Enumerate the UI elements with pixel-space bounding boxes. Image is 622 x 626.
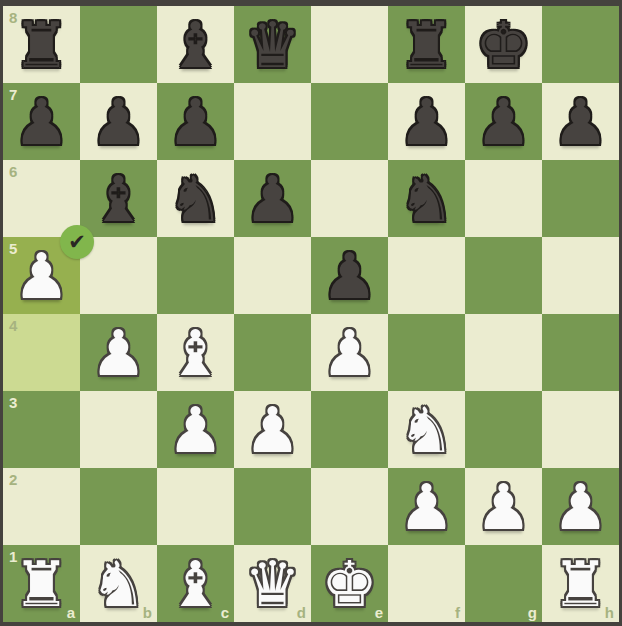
square-e5[interactable]: ♟ <box>311 237 388 314</box>
square-f6[interactable]: ♞ <box>388 160 465 237</box>
file-label-f: f <box>455 605 460 620</box>
piece-black-bishop[interactable]: ♝ <box>90 168 146 231</box>
square-d5[interactable] <box>234 237 311 314</box>
square-h3[interactable] <box>542 391 619 468</box>
square-e2[interactable] <box>311 468 388 545</box>
piece-black-knight[interactable]: ♞ <box>167 168 223 231</box>
piece-white-pawn[interactable]: ♟ <box>398 476 454 539</box>
square-d3[interactable]: ♟ <box>234 391 311 468</box>
square-h8[interactable] <box>542 6 619 83</box>
square-b1[interactable]: b♞ <box>80 545 157 622</box>
square-f1[interactable]: f <box>388 545 465 622</box>
piece-black-bishop[interactable]: ♝ <box>167 14 223 77</box>
piece-black-knight[interactable]: ♞ <box>398 168 454 231</box>
square-e8[interactable] <box>311 6 388 83</box>
square-a2[interactable]: 2 <box>3 468 80 545</box>
rank-label-6: 6 <box>9 164 17 179</box>
square-f8[interactable]: ♜ <box>388 6 465 83</box>
piece-white-pawn[interactable]: ♟ <box>475 476 531 539</box>
square-f7[interactable]: ♟ <box>388 83 465 160</box>
square-c1[interactable]: c♝ <box>157 545 234 622</box>
piece-black-pawn[interactable]: ♟ <box>244 168 300 231</box>
square-b3[interactable] <box>80 391 157 468</box>
square-b6[interactable]: ♝ <box>80 160 157 237</box>
square-c3[interactable]: ♟ <box>157 391 234 468</box>
square-c7[interactable]: ♟ <box>157 83 234 160</box>
square-g2[interactable]: ♟ <box>465 468 542 545</box>
square-h6[interactable] <box>542 160 619 237</box>
rank-label-3: 3 <box>9 395 17 410</box>
square-g8[interactable]: ♚ <box>465 6 542 83</box>
square-h1[interactable]: h♜ <box>542 545 619 622</box>
square-g7[interactable]: ♟ <box>465 83 542 160</box>
square-g3[interactable] <box>465 391 542 468</box>
square-b2[interactable] <box>80 468 157 545</box>
square-f2[interactable]: ♟ <box>388 468 465 545</box>
piece-white-pawn[interactable]: ♟ <box>90 322 146 385</box>
piece-white-bishop[interactable]: ♝ <box>167 322 223 385</box>
square-h5[interactable] <box>542 237 619 314</box>
square-d8[interactable]: ♛ <box>234 6 311 83</box>
board-container: 8♜♝♛♜♚7♟♟♟♟♟♟6♝♞♟♞5♟♟4♟♝♟3♟♟♞2♟♟♟1a♜b♞c♝… <box>0 0 622 626</box>
square-d6[interactable]: ♟ <box>234 160 311 237</box>
square-f5[interactable] <box>388 237 465 314</box>
piece-white-pawn[interactable]: ♟ <box>244 399 300 462</box>
piece-white-bishop[interactable]: ♝ <box>167 553 223 616</box>
piece-white-knight[interactable]: ♞ <box>398 399 454 462</box>
square-e6[interactable] <box>311 160 388 237</box>
piece-white-queen[interactable]: ♛ <box>244 553 300 616</box>
check-icon: ✔ <box>68 232 86 253</box>
rank-label-2: 2 <box>9 472 17 487</box>
square-b8[interactable] <box>80 6 157 83</box>
piece-black-pawn[interactable]: ♟ <box>475 91 531 154</box>
square-a4[interactable]: 4 <box>3 314 80 391</box>
piece-black-pawn[interactable]: ♟ <box>552 91 608 154</box>
piece-black-pawn[interactable]: ♟ <box>321 245 377 308</box>
piece-white-pawn[interactable]: ♟ <box>321 322 377 385</box>
square-e4[interactable]: ♟ <box>311 314 388 391</box>
square-e1[interactable]: e♚ <box>311 545 388 622</box>
square-h2[interactable]: ♟ <box>542 468 619 545</box>
square-a7[interactable]: 7♟ <box>3 83 80 160</box>
square-c5[interactable] <box>157 237 234 314</box>
square-d4[interactable] <box>234 314 311 391</box>
piece-black-pawn[interactable]: ♟ <box>167 91 223 154</box>
piece-white-rook[interactable]: ♜ <box>13 553 69 616</box>
piece-black-pawn[interactable]: ♟ <box>90 91 146 154</box>
square-d1[interactable]: d♛ <box>234 545 311 622</box>
rank-label-4: 4 <box>9 318 17 333</box>
square-h4[interactable] <box>542 314 619 391</box>
square-g1[interactable]: g <box>465 545 542 622</box>
square-g4[interactable] <box>465 314 542 391</box>
square-f3[interactable]: ♞ <box>388 391 465 468</box>
square-c4[interactable]: ♝ <box>157 314 234 391</box>
square-b4[interactable]: ♟ <box>80 314 157 391</box>
square-e7[interactable] <box>311 83 388 160</box>
square-g5[interactable] <box>465 237 542 314</box>
square-c8[interactable]: ♝ <box>157 6 234 83</box>
square-d7[interactable] <box>234 83 311 160</box>
piece-black-rook[interactable]: ♜ <box>13 14 69 77</box>
piece-white-pawn[interactable]: ♟ <box>552 476 608 539</box>
square-c2[interactable] <box>157 468 234 545</box>
piece-white-knight[interactable]: ♞ <box>90 553 146 616</box>
square-a1[interactable]: 1a♜ <box>3 545 80 622</box>
piece-white-rook[interactable]: ♜ <box>552 553 608 616</box>
square-a6[interactable]: 6 <box>3 160 80 237</box>
piece-white-pawn[interactable]: ♟ <box>167 399 223 462</box>
square-b7[interactable]: ♟ <box>80 83 157 160</box>
piece-black-queen[interactable]: ♛ <box>244 14 300 77</box>
correct-move-checkmark-badge: ✔ <box>60 225 94 259</box>
piece-black-king[interactable]: ♚ <box>475 14 531 77</box>
piece-white-pawn[interactable]: ♟ <box>13 245 69 308</box>
file-label-g: g <box>528 605 537 620</box>
square-d2[interactable] <box>234 468 311 545</box>
square-e3[interactable] <box>311 391 388 468</box>
chess-board: 8♜♝♛♜♚7♟♟♟♟♟♟6♝♞♟♞5♟♟4♟♝♟3♟♟♞2♟♟♟1a♜b♞c♝… <box>3 6 619 622</box>
piece-black-pawn[interactable]: ♟ <box>13 91 69 154</box>
square-a8[interactable]: 8♜ <box>3 6 80 83</box>
piece-black-pawn[interactable]: ♟ <box>398 91 454 154</box>
square-f4[interactable] <box>388 314 465 391</box>
square-c6[interactable]: ♞ <box>157 160 234 237</box>
square-a3[interactable]: 3 <box>3 391 80 468</box>
square-g6[interactable] <box>465 160 542 237</box>
piece-black-rook[interactable]: ♜ <box>398 14 454 77</box>
square-h7[interactable]: ♟ <box>542 83 619 160</box>
piece-white-king[interactable]: ♚ <box>321 553 377 616</box>
